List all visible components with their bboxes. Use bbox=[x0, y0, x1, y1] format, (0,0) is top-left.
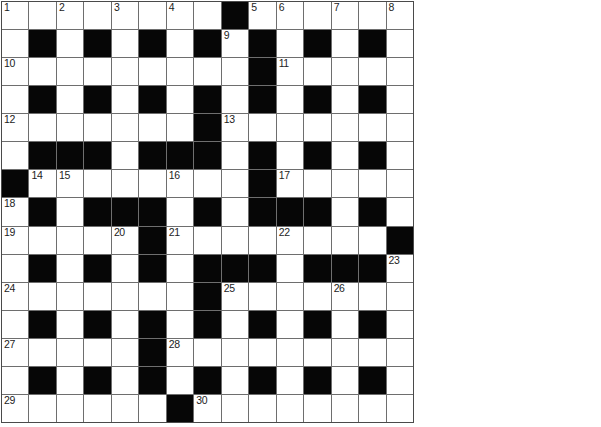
block-r12c14 bbox=[359, 311, 385, 338]
cell-r12c7[interactable] bbox=[167, 311, 193, 338]
cell-r1c1[interactable]: 1 bbox=[2, 2, 28, 29]
cell-r15c6[interactable] bbox=[139, 395, 165, 422]
cell-r1c13[interactable]: 7 bbox=[332, 2, 358, 29]
cell-r13c10[interactable] bbox=[249, 339, 275, 366]
cell-r13c4[interactable] bbox=[84, 339, 110, 366]
clue-number-13: 13 bbox=[224, 114, 235, 126]
cell-r15c13[interactable] bbox=[332, 395, 358, 422]
cell-r15c5[interactable] bbox=[112, 395, 138, 422]
cell-r4c1[interactable] bbox=[2, 86, 28, 113]
clue-number-30: 30 bbox=[196, 395, 207, 407]
cell-r11c2[interactable] bbox=[29, 283, 55, 310]
cell-r1c12[interactable] bbox=[304, 2, 330, 29]
cell-r8c7[interactable] bbox=[167, 198, 193, 225]
block-r4c14 bbox=[359, 86, 385, 113]
clue-number-27: 27 bbox=[4, 339, 15, 351]
clue-number-20: 20 bbox=[114, 227, 125, 239]
cell-r10c7[interactable] bbox=[167, 255, 193, 282]
cell-r11c12[interactable] bbox=[304, 283, 330, 310]
block-r14c10 bbox=[249, 367, 275, 394]
block-r8c8 bbox=[194, 198, 220, 225]
clue-number-21: 21 bbox=[169, 227, 180, 239]
cell-r11c5[interactable] bbox=[112, 283, 138, 310]
cell-r10c1[interactable] bbox=[2, 255, 28, 282]
block-r2c8 bbox=[194, 30, 220, 57]
cell-r13c14[interactable] bbox=[359, 339, 385, 366]
clue-number-24: 24 bbox=[4, 283, 15, 295]
clue-number-2: 2 bbox=[59, 2, 64, 14]
cell-r15c3[interactable] bbox=[57, 395, 83, 422]
block-r2c2 bbox=[29, 30, 55, 57]
cell-r11c9[interactable]: 25 bbox=[222, 283, 248, 310]
cell-r5c13[interactable] bbox=[332, 114, 358, 141]
block-r10c8 bbox=[194, 255, 220, 282]
cell-r12c3[interactable] bbox=[57, 311, 83, 338]
cell-r2c5[interactable] bbox=[112, 30, 138, 57]
block-r6c7 bbox=[167, 142, 193, 169]
cell-r1c10[interactable]: 5 bbox=[249, 2, 275, 29]
cell-r13c15[interactable] bbox=[387, 339, 413, 366]
cell-r3c12[interactable] bbox=[304, 58, 330, 85]
clue-number-18: 18 bbox=[4, 198, 15, 210]
cell-r13c1[interactable]: 27 bbox=[2, 339, 28, 366]
cell-r7c13[interactable] bbox=[332, 170, 358, 197]
cell-r14c3[interactable] bbox=[57, 367, 83, 394]
cell-r9c14[interactable] bbox=[359, 227, 385, 254]
cell-r9c13[interactable] bbox=[332, 227, 358, 254]
cell-r9c8[interactable] bbox=[194, 227, 220, 254]
cell-r7c6[interactable] bbox=[139, 170, 165, 197]
clue-number-22: 22 bbox=[279, 227, 290, 239]
cell-r7c15[interactable] bbox=[387, 170, 413, 197]
block-r2c12 bbox=[304, 30, 330, 57]
block-r12c10 bbox=[249, 311, 275, 338]
block-r12c8 bbox=[194, 311, 220, 338]
cell-r15c9[interactable] bbox=[222, 395, 248, 422]
cell-r4c7[interactable] bbox=[167, 86, 193, 113]
cell-r2c13[interactable] bbox=[332, 30, 358, 57]
block-r6c4 bbox=[84, 142, 110, 169]
cell-r5c11[interactable] bbox=[277, 114, 303, 141]
cell-r12c9[interactable] bbox=[222, 311, 248, 338]
cell-r3c14[interactable] bbox=[359, 58, 385, 85]
cell-r6c13[interactable] bbox=[332, 142, 358, 169]
cell-r1c6[interactable] bbox=[139, 2, 165, 29]
cell-r5c1[interactable]: 12 bbox=[2, 114, 28, 141]
block-r8c4 bbox=[84, 198, 110, 225]
block-r4c8 bbox=[194, 86, 220, 113]
block-r12c12 bbox=[304, 311, 330, 338]
cell-r4c15[interactable] bbox=[387, 86, 413, 113]
clue-number-26: 26 bbox=[334, 283, 345, 295]
block-r14c4 bbox=[84, 367, 110, 394]
block-r10c12 bbox=[304, 255, 330, 282]
cell-r14c13[interactable] bbox=[332, 367, 358, 394]
cell-r3c2[interactable] bbox=[29, 58, 55, 85]
cell-r1c7[interactable]: 4 bbox=[167, 2, 193, 29]
cell-r11c11[interactable] bbox=[277, 283, 303, 310]
block-r8c14 bbox=[359, 198, 385, 225]
cell-r14c5[interactable] bbox=[112, 367, 138, 394]
block-r9c6 bbox=[139, 227, 165, 254]
clue-number-28: 28 bbox=[169, 339, 180, 351]
cell-r3c4[interactable] bbox=[84, 58, 110, 85]
block-r4c12 bbox=[304, 86, 330, 113]
cell-r14c15[interactable] bbox=[387, 367, 413, 394]
cell-r5c15[interactable] bbox=[387, 114, 413, 141]
block-r14c6 bbox=[139, 367, 165, 394]
cell-r8c9[interactable] bbox=[222, 198, 248, 225]
cell-r5c9[interactable]: 13 bbox=[222, 114, 248, 141]
cell-r4c13[interactable] bbox=[332, 86, 358, 113]
block-r4c4 bbox=[84, 86, 110, 113]
block-r12c6 bbox=[139, 311, 165, 338]
cell-r9c1[interactable]: 19 bbox=[2, 227, 28, 254]
cell-r9c10[interactable] bbox=[249, 227, 275, 254]
cell-r5c3[interactable] bbox=[57, 114, 83, 141]
clue-number-8: 8 bbox=[389, 2, 394, 14]
cell-r11c15[interactable] bbox=[387, 283, 413, 310]
cell-r15c14[interactable] bbox=[359, 395, 385, 422]
block-r6c3 bbox=[57, 142, 83, 169]
cell-r2c1[interactable] bbox=[2, 30, 28, 57]
cell-r7c11[interactable]: 17 bbox=[277, 170, 303, 197]
block-r8c6 bbox=[139, 198, 165, 225]
block-r2c14 bbox=[359, 30, 385, 57]
cell-r3c5[interactable] bbox=[112, 58, 138, 85]
block-r6c14 bbox=[359, 142, 385, 169]
clue-number-5: 5 bbox=[251, 2, 256, 14]
cell-r12c5[interactable] bbox=[112, 311, 138, 338]
cell-r13c12[interactable] bbox=[304, 339, 330, 366]
cell-r9c9[interactable] bbox=[222, 227, 248, 254]
cell-r9c12[interactable] bbox=[304, 227, 330, 254]
block-r6c6 bbox=[139, 142, 165, 169]
block-r12c2 bbox=[29, 311, 55, 338]
clue-number-4: 4 bbox=[169, 2, 174, 14]
cell-r2c11[interactable] bbox=[277, 30, 303, 57]
cell-r7c7[interactable]: 16 bbox=[167, 170, 193, 197]
clue-number-12: 12 bbox=[4, 114, 15, 126]
cell-r6c11[interactable] bbox=[277, 142, 303, 169]
cell-r3c6[interactable] bbox=[139, 58, 165, 85]
cell-r13c5[interactable] bbox=[112, 339, 138, 366]
cell-r15c8[interactable]: 30 bbox=[194, 395, 220, 422]
clue-number-29: 29 bbox=[4, 395, 15, 407]
cell-r2c3[interactable] bbox=[57, 30, 83, 57]
cell-r7c9[interactable] bbox=[222, 170, 248, 197]
cell-r12c11[interactable] bbox=[277, 311, 303, 338]
block-r2c10 bbox=[249, 30, 275, 57]
cell-r13c9[interactable] bbox=[222, 339, 248, 366]
block-r10c14 bbox=[359, 255, 385, 282]
clue-number-10: 10 bbox=[4, 58, 15, 70]
cell-r4c9[interactable] bbox=[222, 86, 248, 113]
clue-number-11: 11 bbox=[279, 58, 289, 70]
cell-r1c5[interactable]: 3 bbox=[112, 2, 138, 29]
cell-r4c11[interactable] bbox=[277, 86, 303, 113]
cell-r1c4[interactable] bbox=[84, 2, 110, 29]
cell-r13c2[interactable] bbox=[29, 339, 55, 366]
cell-r15c11[interactable] bbox=[277, 395, 303, 422]
cell-r7c8[interactable] bbox=[194, 170, 220, 197]
cell-r4c5[interactable] bbox=[112, 86, 138, 113]
block-r4c2 bbox=[29, 86, 55, 113]
block-r6c12 bbox=[304, 142, 330, 169]
cell-r13c13[interactable] bbox=[332, 339, 358, 366]
clue-number-17: 17 bbox=[279, 170, 290, 182]
cell-r2c15[interactable] bbox=[387, 30, 413, 57]
cell-r7c14[interactable] bbox=[359, 170, 385, 197]
cell-r12c15[interactable] bbox=[387, 311, 413, 338]
crossword-grid: 1234567891011121314151617181920212223242… bbox=[1, 1, 414, 423]
cell-r10c3[interactable] bbox=[57, 255, 83, 282]
block-r10c4 bbox=[84, 255, 110, 282]
block-r8c12 bbox=[304, 198, 330, 225]
block-r11c8 bbox=[194, 283, 220, 310]
page-background: 1234567891011121314151617181920212223242… bbox=[0, 0, 601, 427]
block-r7c1 bbox=[2, 170, 28, 197]
block-r1c9 bbox=[222, 2, 248, 29]
block-r4c10 bbox=[249, 86, 275, 113]
cell-r3c15[interactable] bbox=[387, 58, 413, 85]
cell-r9c2[interactable] bbox=[29, 227, 55, 254]
clue-number-7: 7 bbox=[334, 2, 339, 14]
cell-r12c1[interactable] bbox=[2, 311, 28, 338]
block-r3c10 bbox=[249, 58, 275, 85]
block-r2c6 bbox=[139, 30, 165, 57]
cell-r8c13[interactable] bbox=[332, 198, 358, 225]
cell-r15c15[interactable] bbox=[387, 395, 413, 422]
clue-number-23: 23 bbox=[389, 255, 400, 267]
cell-r15c12[interactable] bbox=[304, 395, 330, 422]
cell-r6c1[interactable] bbox=[2, 142, 28, 169]
block-r14c8 bbox=[194, 367, 220, 394]
cell-r10c11[interactable] bbox=[277, 255, 303, 282]
cell-r3c8[interactable] bbox=[194, 58, 220, 85]
cell-r1c3[interactable]: 2 bbox=[57, 2, 83, 29]
cell-r6c9[interactable] bbox=[222, 142, 248, 169]
block-r6c8 bbox=[194, 142, 220, 169]
block-r10c2 bbox=[29, 255, 55, 282]
cell-r5c7[interactable] bbox=[167, 114, 193, 141]
block-r8c2 bbox=[29, 198, 55, 225]
block-r14c2 bbox=[29, 367, 55, 394]
cell-r11c10[interactable] bbox=[249, 283, 275, 310]
block-r6c2 bbox=[29, 142, 55, 169]
cell-r14c9[interactable] bbox=[222, 367, 248, 394]
cell-r5c14[interactable] bbox=[359, 114, 385, 141]
cell-r9c4[interactable] bbox=[84, 227, 110, 254]
cell-r7c4[interactable] bbox=[84, 170, 110, 197]
cell-r15c2[interactable] bbox=[29, 395, 55, 422]
cell-r9c5[interactable]: 20 bbox=[112, 227, 138, 254]
cell-r9c7[interactable]: 21 bbox=[167, 227, 193, 254]
cell-r5c10[interactable] bbox=[249, 114, 275, 141]
cell-r3c9[interactable] bbox=[222, 58, 248, 85]
cell-r7c5[interactable] bbox=[112, 170, 138, 197]
block-r4c6 bbox=[139, 86, 165, 113]
cell-r13c3[interactable] bbox=[57, 339, 83, 366]
clue-number-15: 15 bbox=[59, 170, 70, 182]
cell-r9c11[interactable]: 22 bbox=[277, 227, 303, 254]
cell-r9c3[interactable] bbox=[57, 227, 83, 254]
block-r10c13 bbox=[332, 255, 358, 282]
cell-r7c12[interactable] bbox=[304, 170, 330, 197]
block-r15c7 bbox=[167, 395, 193, 422]
cell-r11c3[interactable] bbox=[57, 283, 83, 310]
cell-r1c2[interactable] bbox=[29, 2, 55, 29]
cell-r7c3[interactable]: 15 bbox=[57, 170, 83, 197]
block-r7c10 bbox=[249, 170, 275, 197]
cell-r15c10[interactable] bbox=[249, 395, 275, 422]
cell-r11c4[interactable] bbox=[84, 283, 110, 310]
clue-number-25: 25 bbox=[224, 283, 235, 295]
cell-r1c14[interactable] bbox=[359, 2, 385, 29]
block-r9c15 bbox=[387, 227, 413, 254]
cell-r14c7[interactable] bbox=[167, 367, 193, 394]
block-r10c9 bbox=[222, 255, 248, 282]
cell-r3c13[interactable] bbox=[332, 58, 358, 85]
cell-r5c4[interactable] bbox=[84, 114, 110, 141]
clue-number-3: 3 bbox=[114, 2, 119, 14]
cell-r11c7[interactable] bbox=[167, 283, 193, 310]
block-r14c12 bbox=[304, 367, 330, 394]
clue-number-1: 1 bbox=[4, 2, 9, 14]
cell-r10c5[interactable] bbox=[112, 255, 138, 282]
block-r5c8 bbox=[194, 114, 220, 141]
clue-number-14: 14 bbox=[31, 170, 42, 182]
cell-r6c15[interactable] bbox=[387, 142, 413, 169]
cell-r13c7[interactable]: 28 bbox=[167, 339, 193, 366]
cell-r11c1[interactable]: 24 bbox=[2, 283, 28, 310]
clue-number-19: 19 bbox=[4, 227, 15, 239]
block-r8c10 bbox=[249, 198, 275, 225]
cell-r3c11[interactable]: 11 bbox=[277, 58, 303, 85]
cell-r11c14[interactable] bbox=[359, 283, 385, 310]
cell-r8c3[interactable] bbox=[57, 198, 83, 225]
cell-r10c15[interactable]: 23 bbox=[387, 255, 413, 282]
cell-r14c1[interactable] bbox=[2, 367, 28, 394]
cell-r8c1[interactable]: 18 bbox=[2, 198, 28, 225]
cell-r8c15[interactable] bbox=[387, 198, 413, 225]
block-r13c6 bbox=[139, 339, 165, 366]
clue-number-9: 9 bbox=[224, 30, 229, 42]
cell-r1c15[interactable]: 8 bbox=[387, 2, 413, 29]
block-r12c4 bbox=[84, 311, 110, 338]
cell-r5c5[interactable] bbox=[112, 114, 138, 141]
cell-r14c11[interactable] bbox=[277, 367, 303, 394]
cell-r15c4[interactable] bbox=[84, 395, 110, 422]
block-r10c10 bbox=[249, 255, 275, 282]
cell-r5c12[interactable] bbox=[304, 114, 330, 141]
block-r2c4 bbox=[84, 30, 110, 57]
cell-r11c6[interactable] bbox=[139, 283, 165, 310]
block-r8c11 bbox=[277, 198, 303, 225]
cell-r13c8[interactable] bbox=[194, 339, 220, 366]
block-r8c5 bbox=[112, 198, 138, 225]
cell-r2c7[interactable] bbox=[167, 30, 193, 57]
cell-r6c5[interactable] bbox=[112, 142, 138, 169]
cell-r1c11[interactable]: 6 bbox=[277, 2, 303, 29]
cell-r2c9[interactable]: 9 bbox=[222, 30, 248, 57]
cell-r3c1[interactable]: 10 bbox=[2, 58, 28, 85]
clue-number-16: 16 bbox=[169, 170, 180, 182]
clue-number-6: 6 bbox=[279, 2, 284, 14]
cell-r4c3[interactable] bbox=[57, 86, 83, 113]
block-r10c6 bbox=[139, 255, 165, 282]
block-r6c10 bbox=[249, 142, 275, 169]
cell-r1c8[interactable] bbox=[194, 2, 220, 29]
cell-r7c2[interactable]: 14 bbox=[29, 170, 55, 197]
cell-r11c13[interactable]: 26 bbox=[332, 283, 358, 310]
cell-r15c1[interactable]: 29 bbox=[2, 395, 28, 422]
cell-r13c11[interactable] bbox=[277, 339, 303, 366]
block-r14c14 bbox=[359, 367, 385, 394]
cell-r5c6[interactable] bbox=[139, 114, 165, 141]
cell-r3c3[interactable] bbox=[57, 58, 83, 85]
cell-r3c7[interactable] bbox=[167, 58, 193, 85]
cell-r12c13[interactable] bbox=[332, 311, 358, 338]
cell-r5c2[interactable] bbox=[29, 114, 55, 141]
